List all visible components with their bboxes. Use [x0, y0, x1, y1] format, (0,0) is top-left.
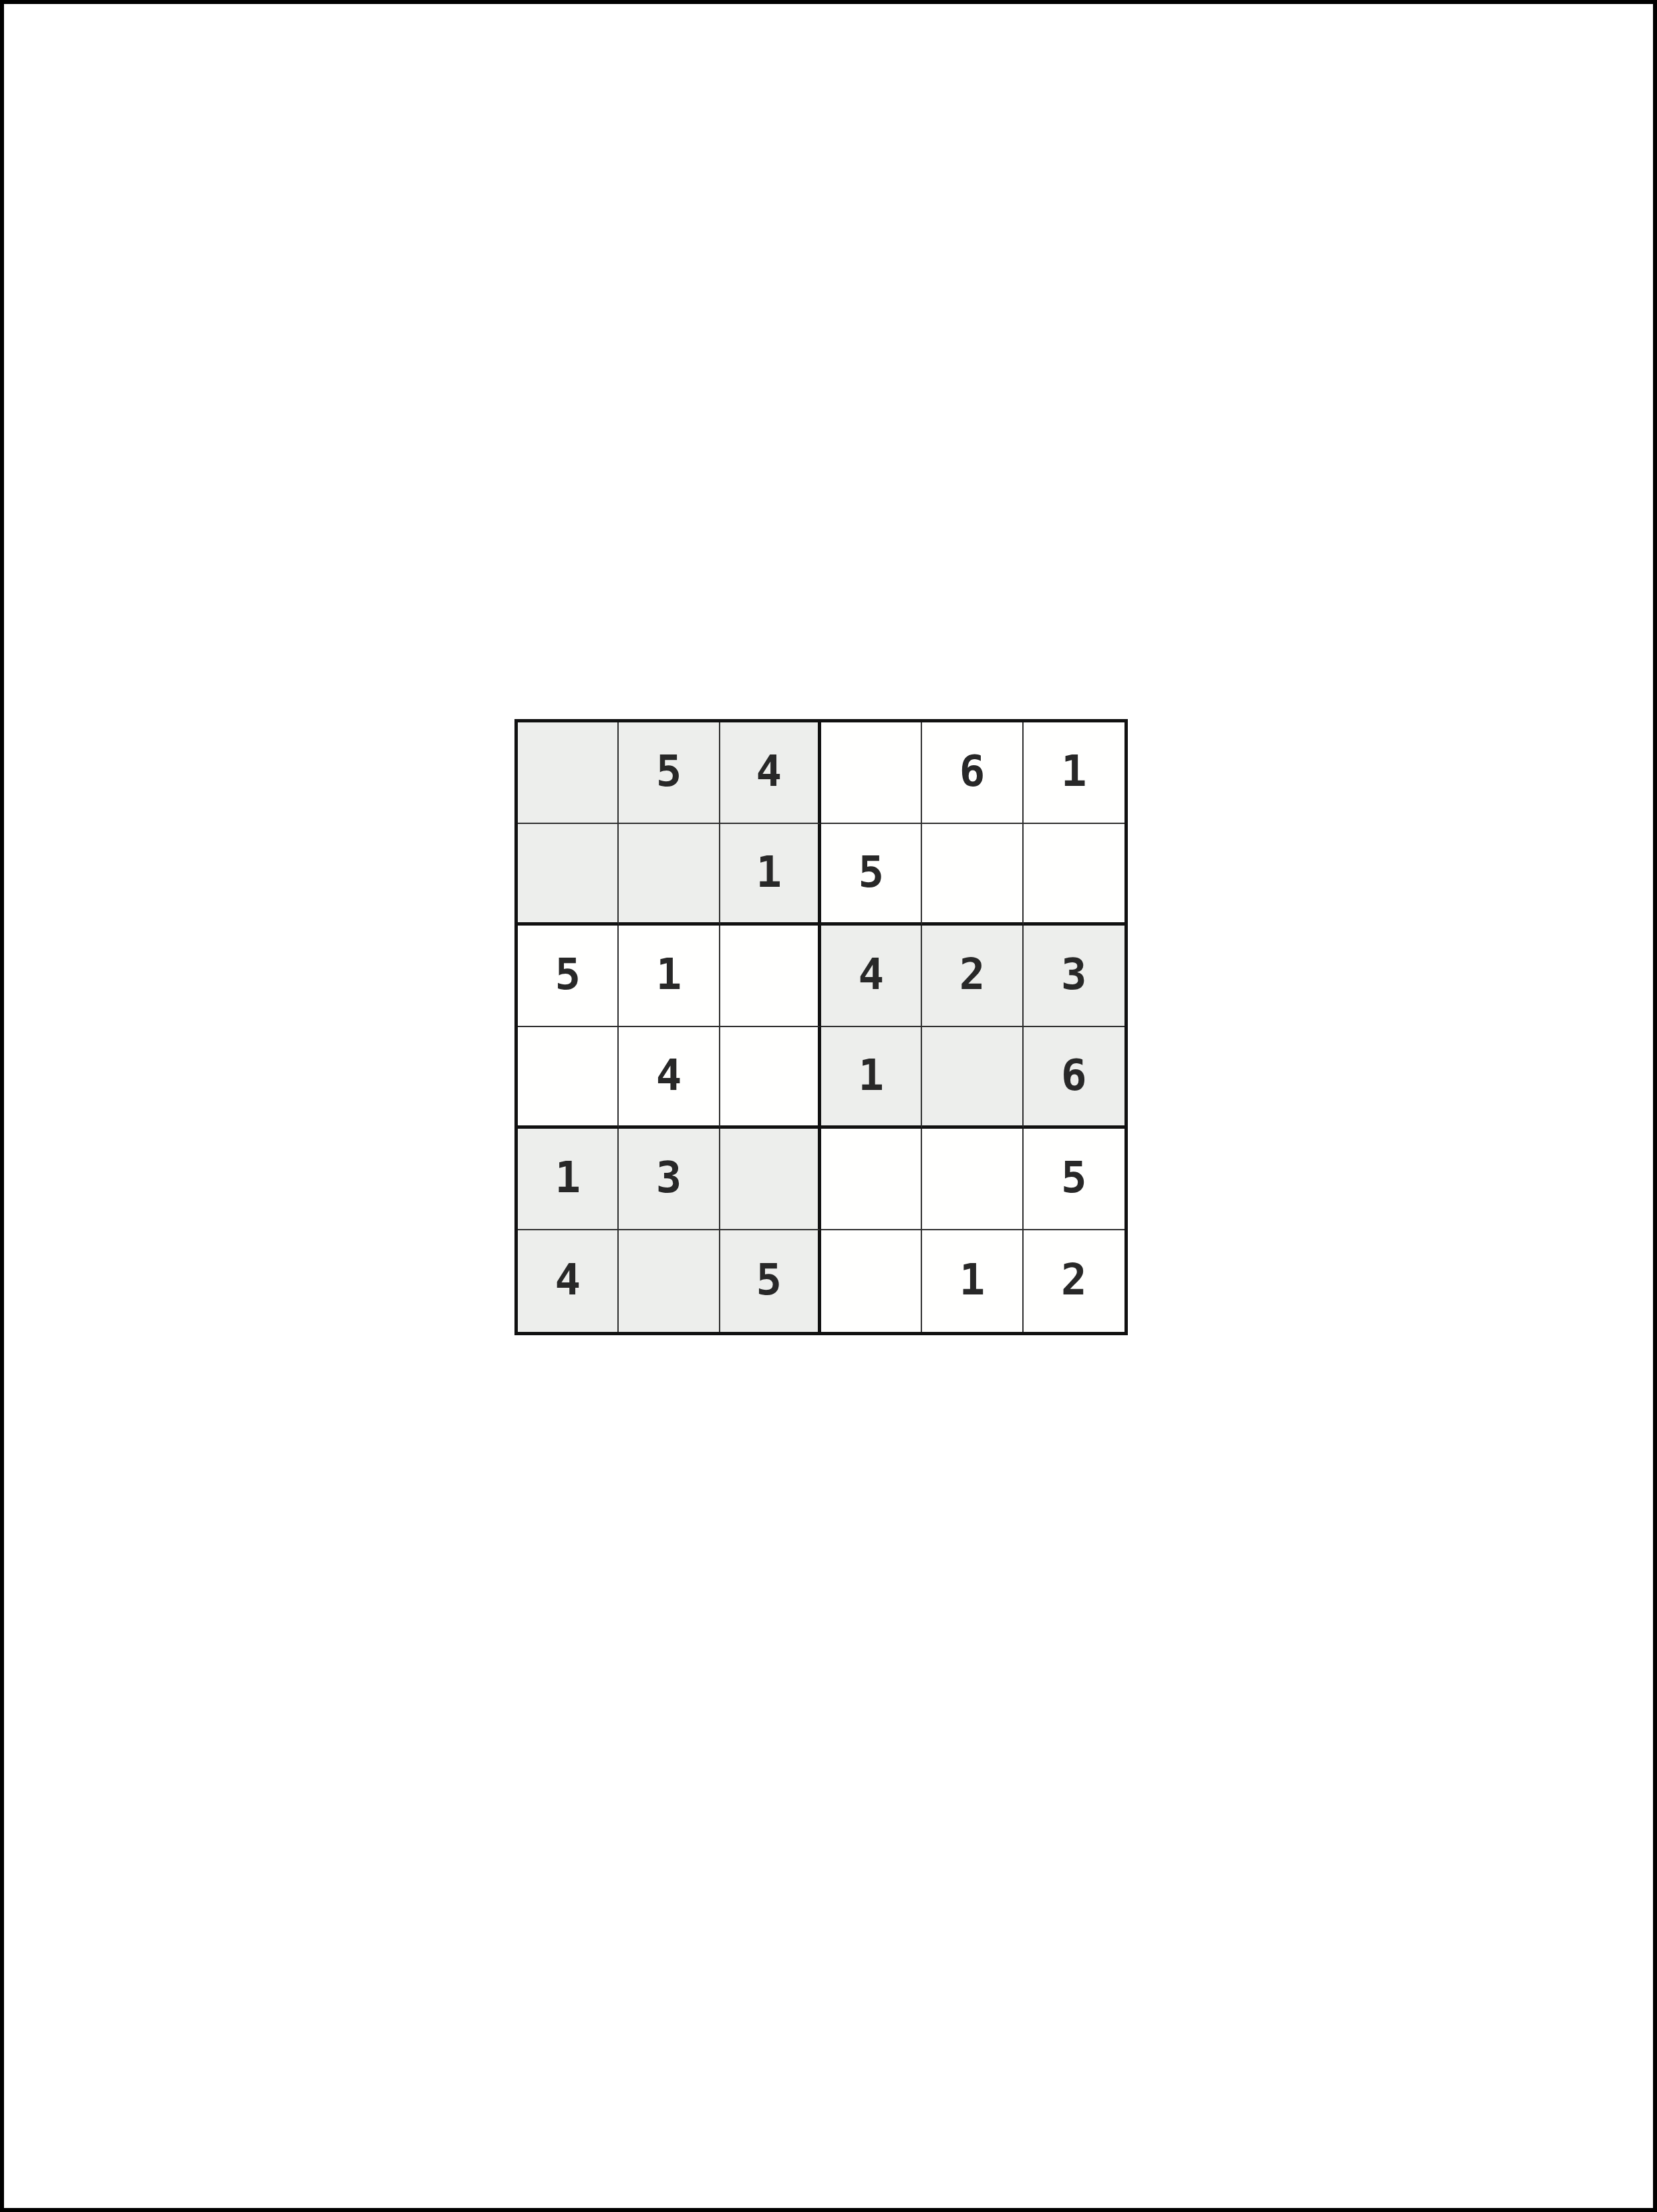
cell-r2c1[interactable] [518, 824, 619, 926]
cell-r2c6[interactable] [1024, 824, 1124, 926]
given-digit: 1 [858, 1054, 884, 1097]
given-digit: 1 [756, 851, 782, 893]
cell-r4c3[interactable] [720, 1027, 821, 1129]
cell-r4c1[interactable] [518, 1027, 619, 1129]
cell-r1c6[interactable]: 1 [1024, 722, 1124, 824]
given-digit: 5 [1061, 1156, 1087, 1199]
given-digit: 1 [656, 953, 682, 996]
cell-r6c2[interactable] [619, 1230, 720, 1332]
cell-r4c4[interactable]: 1 [821, 1027, 922, 1129]
cell-r3c1[interactable]: 5 [518, 926, 619, 1027]
given-digit: 2 [959, 953, 986, 996]
given-digit: 5 [555, 953, 581, 996]
cell-r3c5[interactable]: 2 [922, 926, 1023, 1027]
given-digit: 5 [756, 1258, 782, 1301]
given-digit: 5 [656, 750, 682, 793]
cell-r2c5[interactable] [922, 824, 1023, 926]
given-digit: 1 [959, 1258, 986, 1301]
cell-r6c6[interactable]: 2 [1024, 1230, 1124, 1332]
given-digit: 3 [1061, 953, 1087, 996]
cell-r6c5[interactable]: 1 [922, 1230, 1023, 1332]
cell-r2c3[interactable]: 1 [720, 824, 821, 926]
cell-r1c2[interactable]: 5 [619, 722, 720, 824]
cell-r1c5[interactable]: 6 [922, 722, 1023, 824]
given-digit: 6 [1061, 1054, 1087, 1097]
cell-r6c3[interactable]: 5 [720, 1230, 821, 1332]
cell-r6c4[interactable] [821, 1230, 922, 1332]
cell-r3c2[interactable]: 1 [619, 926, 720, 1027]
cell-r5c5[interactable] [922, 1129, 1023, 1230]
cell-r1c3[interactable]: 4 [720, 722, 821, 824]
cell-r5c3[interactable] [720, 1129, 821, 1230]
cell-r3c4[interactable]: 4 [821, 926, 922, 1027]
cell-r5c4[interactable] [821, 1129, 922, 1230]
given-digit: 3 [656, 1156, 682, 1199]
given-digit: 4 [656, 1054, 682, 1097]
given-digit: 2 [1061, 1258, 1087, 1301]
sudoku-grid: 546115514234161354512 [514, 719, 1128, 1335]
cell-r2c4[interactable]: 5 [821, 824, 922, 926]
cell-r2c2[interactable] [619, 824, 720, 926]
given-digit: 4 [756, 750, 782, 793]
cell-r3c6[interactable]: 3 [1024, 926, 1124, 1027]
given-digit: 1 [555, 1156, 581, 1199]
cell-r5c2[interactable]: 3 [619, 1129, 720, 1230]
cell-r5c6[interactable]: 5 [1024, 1129, 1124, 1230]
given-digit: 4 [555, 1258, 581, 1301]
given-digit: 5 [858, 851, 884, 893]
cell-r6c1[interactable]: 4 [518, 1230, 619, 1332]
cell-r4c6[interactable]: 6 [1024, 1027, 1124, 1129]
cell-r1c1[interactable] [518, 722, 619, 824]
cell-r5c1[interactable]: 1 [518, 1129, 619, 1230]
cell-r4c2[interactable]: 4 [619, 1027, 720, 1129]
given-digit: 6 [959, 750, 986, 793]
cell-r4c5[interactable] [922, 1027, 1023, 1129]
cell-r1c4[interactable] [821, 722, 922, 824]
page: 546115514234161354512 [0, 0, 1657, 2212]
given-digit: 4 [858, 953, 884, 996]
cell-r3c3[interactable] [720, 926, 821, 1027]
given-digit: 1 [1061, 750, 1087, 793]
